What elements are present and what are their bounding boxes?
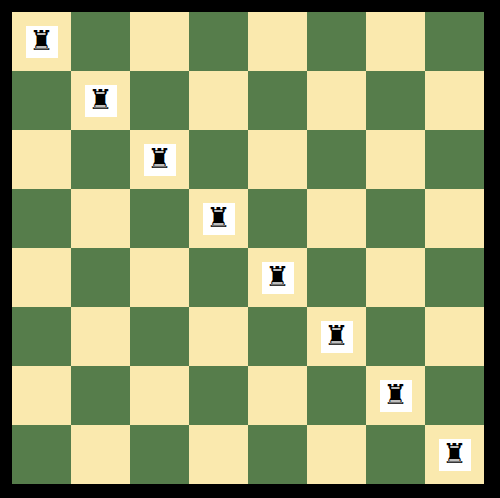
square-a5[interactable] bbox=[12, 189, 71, 248]
square-b5[interactable] bbox=[71, 189, 130, 248]
square-c4[interactable] bbox=[130, 248, 189, 307]
square-e6[interactable] bbox=[248, 130, 307, 189]
square-e7[interactable] bbox=[248, 71, 307, 130]
square-a3[interactable] bbox=[12, 307, 71, 366]
square-f2[interactable] bbox=[307, 366, 366, 425]
square-g4[interactable] bbox=[366, 248, 425, 307]
square-g3[interactable] bbox=[366, 307, 425, 366]
square-d5[interactable]: ♜ bbox=[189, 189, 248, 248]
square-b4[interactable] bbox=[71, 248, 130, 307]
square-d8[interactable] bbox=[189, 12, 248, 71]
square-h3[interactable] bbox=[425, 307, 484, 366]
black-rook-f3[interactable]: ♜ bbox=[321, 321, 353, 353]
black-rook-d5[interactable]: ♜ bbox=[203, 203, 235, 235]
black-rook-a8[interactable]: ♜ bbox=[26, 26, 58, 58]
square-e8[interactable] bbox=[248, 12, 307, 71]
square-h5[interactable] bbox=[425, 189, 484, 248]
black-rook-g2[interactable]: ♜ bbox=[380, 380, 412, 412]
square-f6[interactable] bbox=[307, 130, 366, 189]
square-g2[interactable]: ♜ bbox=[366, 366, 425, 425]
square-a6[interactable] bbox=[12, 130, 71, 189]
square-e3[interactable] bbox=[248, 307, 307, 366]
square-f5[interactable] bbox=[307, 189, 366, 248]
square-c2[interactable] bbox=[130, 366, 189, 425]
square-b1[interactable] bbox=[71, 425, 130, 484]
square-a1[interactable] bbox=[12, 425, 71, 484]
board-frame: ♜♜♜♜♜♜♜♜ bbox=[0, 0, 500, 498]
square-d2[interactable] bbox=[189, 366, 248, 425]
square-f8[interactable] bbox=[307, 12, 366, 71]
square-b3[interactable] bbox=[71, 307, 130, 366]
square-a4[interactable] bbox=[12, 248, 71, 307]
black-rook-icon: ♜ bbox=[88, 86, 112, 113]
black-rook-icon: ♜ bbox=[29, 27, 53, 54]
square-f3[interactable]: ♜ bbox=[307, 307, 366, 366]
square-b7[interactable]: ♜ bbox=[71, 71, 130, 130]
square-a8[interactable]: ♜ bbox=[12, 12, 71, 71]
square-a2[interactable] bbox=[12, 366, 71, 425]
square-b2[interactable] bbox=[71, 366, 130, 425]
square-e4[interactable]: ♜ bbox=[248, 248, 307, 307]
black-rook-icon: ♜ bbox=[206, 204, 230, 231]
square-g6[interactable] bbox=[366, 130, 425, 189]
square-c1[interactable] bbox=[130, 425, 189, 484]
black-rook-c6[interactable]: ♜ bbox=[144, 144, 176, 176]
square-h2[interactable] bbox=[425, 366, 484, 425]
square-e5[interactable] bbox=[248, 189, 307, 248]
square-g1[interactable] bbox=[366, 425, 425, 484]
black-rook-e4[interactable]: ♜ bbox=[262, 262, 294, 294]
square-c5[interactable] bbox=[130, 189, 189, 248]
black-rook-icon: ♜ bbox=[442, 440, 466, 467]
square-c8[interactable] bbox=[130, 12, 189, 71]
square-h8[interactable] bbox=[425, 12, 484, 71]
square-d1[interactable] bbox=[189, 425, 248, 484]
black-rook-icon: ♜ bbox=[324, 322, 348, 349]
square-d7[interactable] bbox=[189, 71, 248, 130]
square-g7[interactable] bbox=[366, 71, 425, 130]
chessboard: ♜♜♜♜♜♜♜♜ bbox=[12, 12, 484, 484]
black-rook-icon: ♜ bbox=[147, 145, 171, 172]
square-b8[interactable] bbox=[71, 12, 130, 71]
black-rook-icon: ♜ bbox=[383, 381, 407, 408]
square-h4[interactable] bbox=[425, 248, 484, 307]
square-c7[interactable] bbox=[130, 71, 189, 130]
black-rook-h1[interactable]: ♜ bbox=[439, 439, 471, 471]
square-d6[interactable] bbox=[189, 130, 248, 189]
square-h1[interactable]: ♜ bbox=[425, 425, 484, 484]
square-g5[interactable] bbox=[366, 189, 425, 248]
square-e1[interactable] bbox=[248, 425, 307, 484]
square-d4[interactable] bbox=[189, 248, 248, 307]
square-f4[interactable] bbox=[307, 248, 366, 307]
square-d3[interactable] bbox=[189, 307, 248, 366]
square-f1[interactable] bbox=[307, 425, 366, 484]
square-h7[interactable] bbox=[425, 71, 484, 130]
square-c3[interactable] bbox=[130, 307, 189, 366]
square-e2[interactable] bbox=[248, 366, 307, 425]
square-h6[interactable] bbox=[425, 130, 484, 189]
square-g8[interactable] bbox=[366, 12, 425, 71]
square-f7[interactable] bbox=[307, 71, 366, 130]
square-a7[interactable] bbox=[12, 71, 71, 130]
black-rook-icon: ♜ bbox=[265, 263, 289, 290]
square-b6[interactable] bbox=[71, 130, 130, 189]
square-c6[interactable]: ♜ bbox=[130, 130, 189, 189]
black-rook-b7[interactable]: ♜ bbox=[85, 85, 117, 117]
